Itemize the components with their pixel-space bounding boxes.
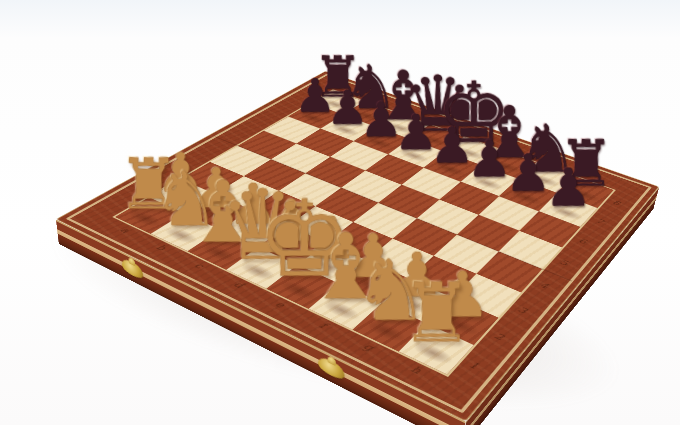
black-bishop: ♝	[361, 57, 446, 131]
black-rook: ♜	[540, 127, 631, 198]
black-pawn: ♟	[373, 103, 460, 159]
piece-shadow	[487, 158, 524, 175]
black-pawn: ♟	[274, 68, 356, 121]
piece-shadow	[361, 134, 397, 150]
square-b7: ♟	[320, 115, 375, 142]
square-e8: ♚	[444, 137, 499, 165]
piece-shadow	[506, 188, 545, 207]
photo-background: ♜♞♝♛♚♝♞♜♟♟♟♟♟♟♟♟♟♟♟♟♟♟♟♟♜♞♝♛♚♝♞♜ abcdefg…	[0, 0, 680, 425]
black-knight: ♞	[502, 110, 592, 183]
black-pawn: ♟	[445, 128, 535, 186]
piece-glyph: ♞	[518, 116, 577, 182]
rank-label-text: 8	[605, 197, 627, 209]
square-a6	[264, 117, 321, 144]
square-e7: ♟	[424, 152, 481, 182]
square-g8: ♞	[518, 163, 574, 194]
square-d6	[365, 154, 423, 184]
square-f7: ♟	[461, 165, 518, 196]
square-c8: ♝	[376, 113, 430, 139]
black-pawn: ♟	[339, 91, 424, 146]
black-queen: ♛	[394, 60, 481, 143]
square-f8: ♝	[481, 149, 536, 178]
piece-shadow	[350, 109, 384, 124]
piece-glyph: ♟	[360, 96, 403, 144]
black-pawn: ♟	[482, 142, 574, 201]
square-g7: ♟	[499, 179, 557, 211]
piece-glyph: ♟	[430, 120, 474, 170]
square-d8: ♛	[409, 125, 463, 152]
piece-shadow	[382, 120, 417, 135]
product-photo-page: { "game": "chess", "position": "rnbqkbnr…	[0, 0, 680, 425]
piece-glyph: ♚	[436, 72, 511, 156]
piece-shadow	[431, 160, 468, 177]
scene: ♜♞♝♛♚♝♞♜♟♟♟♟♟♟♟♟♟♟♟♟♟♟♟♟♜♞♝♛♚♝♞♜ abcdefg…	[0, 0, 680, 425]
perspective-scene: ♜♞♝♛♚♝♞♜♟♟♟♟♟♟♟♟♟♟♟♟♟♟♟♟♜♞♝♛♚♝♞♜ abcdefg…	[0, 0, 680, 425]
piece-glyph: ♟	[505, 147, 551, 198]
square-b8: ♞	[343, 101, 396, 126]
piece-shadow	[395, 147, 431, 164]
piece-glyph: ♟	[326, 84, 368, 131]
piece-shadow	[525, 171, 563, 189]
black-bishop: ♝	[465, 91, 554, 169]
piece-shadow	[451, 145, 487, 161]
square-b6	[296, 129, 353, 157]
white-rook: ♜	[378, 266, 495, 357]
piece-glyph: ♟	[545, 161, 592, 213]
black-king: ♚	[429, 66, 518, 156]
square-a5	[238, 131, 297, 160]
piece-glyph: ♟	[467, 133, 512, 184]
piece-glyph: ♜	[313, 50, 363, 106]
piece-shadow	[318, 97, 351, 111]
square-a8: ♜	[311, 90, 364, 114]
square-d7: ♟	[388, 139, 444, 168]
square-a7: ♟	[288, 103, 343, 129]
piece-glyph: ♝	[478, 97, 542, 168]
black-pawn: ♟	[408, 115, 496, 172]
piece-glyph: ♜	[400, 273, 473, 354]
piece-shadow	[416, 132, 451, 148]
piece-glyph: ♜	[558, 132, 615, 195]
brass-clasp	[121, 257, 143, 281]
square-c6	[330, 141, 388, 170]
piece-glyph: ♟	[294, 72, 336, 118]
black-rook: ♜	[297, 45, 378, 108]
piece-glyph: ♛	[403, 65, 472, 142]
piece-glyph: ♟	[394, 108, 438, 157]
piece-glyph: ♞	[343, 57, 397, 117]
square-c7: ♟	[354, 127, 410, 155]
black-pawn: ♟	[306, 79, 390, 133]
rank-label: 8	[600, 191, 632, 215]
black-knight: ♞	[329, 52, 412, 119]
piece-glyph: ♝	[373, 62, 434, 130]
piece-shadow	[295, 110, 329, 125]
piece-shadow	[564, 185, 602, 203]
piece-shadow	[468, 174, 506, 192]
piece-shadow	[327, 122, 362, 137]
chess-board: ♜♞♝♛♚♝♞♜♟♟♟♟♟♟♟♟♟♟♟♟♟♟♟♟♜♞♝♛♚♝♞♜ abcdefg…	[56, 71, 659, 422]
black-pawn: ♟	[522, 156, 615, 216]
square-e6	[402, 168, 461, 200]
